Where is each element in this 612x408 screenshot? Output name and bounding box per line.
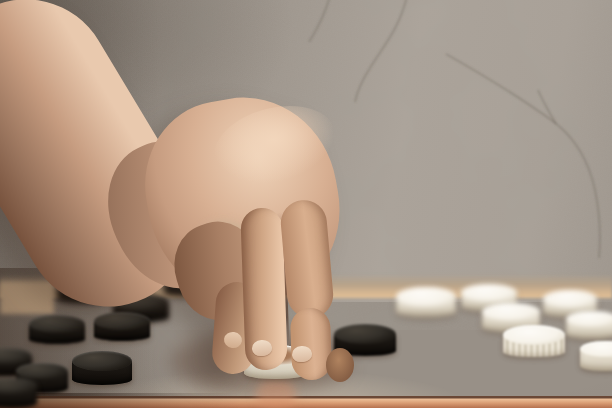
ring-finger-tip — [326, 348, 354, 382]
middle-finger — [279, 198, 335, 320]
gripping-fingers — [0, 0, 612, 408]
checkers-photo-scene: ⛂⛂⛂⛂⛂⛂⛂⛂⛂⛂⛀⛀⛀⛀⛀⛀⛀⛀ — [0, 0, 612, 408]
